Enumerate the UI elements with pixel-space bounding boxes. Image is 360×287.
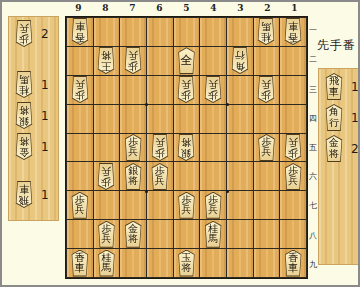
piece-face: 歩 兵 [149, 164, 171, 189]
piece-face: 歩 兵 [149, 135, 171, 160]
hand-count: 1 [41, 78, 49, 92]
square-7d[interactable] [120, 105, 146, 133]
piece-lance-gote[interactable]: 香 車 [281, 18, 305, 45]
square-3c[interactable] [227, 76, 253, 104]
square-8h[interactable]: 歩 兵 [94, 220, 120, 248]
piece-face: 香 車 [282, 19, 304, 44]
piece-kanji: 歩 兵 [128, 137, 138, 158]
star-point [145, 103, 148, 106]
gote-captured-tray: 歩 兵2桂 馬1銀 将1金 将1飛 車1 [8, 16, 59, 221]
square-1g[interactable] [280, 191, 306, 219]
piece-bishop-gote[interactable]: 角 行 [228, 47, 252, 74]
piece-face: 歩 兵 [175, 77, 197, 102]
square-5a[interactable] [174, 18, 200, 46]
piece-kanji: 歩 兵 [19, 23, 29, 44]
piece-pawn-sente[interactable]: 歩 兵 [148, 163, 172, 190]
square-5f[interactable] [174, 162, 200, 190]
square-8a[interactable] [94, 18, 120, 46]
square-7b[interactable]: 歩 兵 [120, 47, 146, 75]
hand-count: 1 [351, 80, 359, 94]
piece-kanji: 香 車 [288, 21, 298, 42]
star-point [226, 103, 229, 106]
file-label-8: 8 [92, 3, 119, 14]
piece-pawn-sente[interactable]: 歩 兵 [174, 192, 198, 219]
square-7f[interactable]: 銀 将 [120, 162, 146, 190]
piece-kanji: 香 車 [75, 253, 85, 274]
hand-count: 1 [41, 188, 49, 202]
piece-kanji: 桂 馬 [101, 253, 111, 274]
gote-hand-knight[interactable]: 桂 馬1 [9, 70, 58, 99]
piece-face: 歩 兵 [69, 77, 91, 102]
piece-kanji: 香 車 [75, 21, 85, 42]
piece-pawn-gote[interactable]: 歩 兵 [68, 76, 92, 103]
piece-kanji: 歩 兵 [261, 79, 271, 100]
piece-kanji: 桂 馬 [261, 21, 271, 42]
square-2h[interactable] [254, 220, 280, 248]
shogi-board: 香 車桂 馬香 車王 将歩 兵全角 行歩 兵歩 兵歩 兵歩 兵歩 兵歩 兵銀 将… [65, 16, 308, 279]
piece-kanji: 歩 兵 [101, 166, 111, 187]
piece-kanji: 王 将 [101, 50, 111, 71]
file-label-1: 1 [281, 3, 308, 14]
square-8e[interactable] [94, 134, 120, 162]
square-1h[interactable] [280, 220, 306, 248]
square-7g[interactable] [120, 191, 146, 219]
file-label-9: 9 [65, 3, 92, 14]
piece-face: 歩 兵 [69, 193, 91, 218]
square-5h[interactable] [174, 220, 200, 248]
square-4h[interactable]: 桂 馬 [200, 220, 226, 248]
square-1a[interactable]: 香 車 [280, 18, 306, 46]
piece-face: 歩 兵 [13, 21, 35, 46]
file-label-2: 2 [254, 3, 281, 14]
square-5g[interactable]: 歩 兵 [174, 191, 200, 219]
file-label-5: 5 [173, 3, 200, 14]
square-8c[interactable] [94, 76, 120, 104]
piece-silver-gote[interactable]: 銀 将 [174, 134, 198, 161]
square-4e[interactable] [200, 134, 226, 162]
hand-count: 1 [41, 109, 49, 123]
piece-pawn-gote[interactable]: 歩 兵 [201, 76, 225, 103]
piece-kanji: 歩 兵 [128, 50, 138, 71]
square-6f[interactable]: 歩 兵 [147, 162, 173, 190]
square-8g[interactable] [94, 191, 120, 219]
piece-face: 歩 兵 [95, 164, 117, 189]
piece-kanji: 歩 兵 [155, 166, 165, 187]
piece-knight-gote[interactable]: 桂 馬 [254, 18, 278, 45]
square-4c[interactable]: 歩 兵 [200, 76, 226, 104]
piece-pawn-gote[interactable]: 歩 兵 [174, 76, 198, 103]
square-7a[interactable] [120, 18, 146, 46]
piece-kanji: 歩 兵 [181, 79, 191, 100]
piece-bishop-sente[interactable]: 角 行 [322, 104, 346, 131]
piece-rook-sente[interactable]: 飛 車 [322, 73, 346, 100]
square-8d[interactable] [94, 105, 120, 133]
piece-kanji: 飛 車 [19, 184, 29, 205]
square-7i[interactable] [120, 249, 146, 277]
piece-kanji: 歩 兵 [155, 137, 165, 158]
piece-face: 歩 兵 [122, 48, 144, 73]
square-2b[interactable] [254, 47, 280, 75]
piece-face: 飛 車 [323, 74, 345, 99]
square-3g[interactable] [227, 191, 253, 219]
square-9g[interactable]: 歩 兵 [67, 191, 93, 219]
piece-kanji: 歩 兵 [261, 137, 271, 158]
square-7c[interactable] [120, 76, 146, 104]
piece-face: 歩 兵 [122, 135, 144, 160]
piece-knight-sente[interactable]: 桂 馬 [94, 250, 118, 277]
piece-face: 銀 将 [13, 103, 35, 128]
piece-pawn-sente[interactable]: 歩 兵 [281, 163, 305, 190]
piece-kanji: 金 将 [128, 224, 138, 245]
piece-kanji: 角 行 [235, 50, 245, 71]
piece-face: 香 車 [69, 19, 91, 44]
piece-kanji: 金 将 [19, 136, 29, 157]
piece-face: 全 [175, 48, 197, 73]
piece-face: 金 将 [122, 222, 144, 247]
turn-indicator: 先手番 [317, 37, 356, 54]
piece-silver-sente[interactable]: 銀 将 [121, 163, 145, 190]
piece-pawn-sente[interactable]: 歩 兵 [254, 134, 278, 161]
file-label-6: 6 [146, 3, 173, 14]
square-2e[interactable]: 歩 兵 [254, 134, 280, 162]
sente-captured-tray: 飛 車1角 行1金 将2 [318, 68, 359, 265]
square-7h[interactable]: 金 将 [120, 220, 146, 248]
square-4d[interactable] [200, 105, 226, 133]
star-point [226, 190, 229, 193]
piece-kanji: 飛 車 [329, 76, 339, 97]
square-1d[interactable] [280, 105, 306, 133]
square-1i[interactable]: 香 車 [280, 249, 306, 277]
piece-kanji: 歩 兵 [75, 79, 85, 100]
piece-kanji: 銀 将 [128, 166, 138, 187]
square-9a[interactable]: 香 車 [67, 18, 93, 46]
gote-hand-gold[interactable]: 金 将1 [9, 132, 58, 161]
square-4a[interactable] [200, 18, 226, 46]
file-labels: 987654321 [65, 3, 308, 14]
square-3i[interactable] [227, 249, 253, 277]
piece-pawn-sente[interactable]: 歩 兵 [68, 192, 92, 219]
square-1b[interactable] [280, 47, 306, 75]
piece-face: 歩 兵 [255, 135, 277, 160]
square-6a[interactable] [147, 18, 173, 46]
piece-lance-gote[interactable]: 香 車 [68, 18, 92, 45]
square-2c[interactable]: 歩 兵 [254, 76, 280, 104]
square-4i[interactable] [200, 249, 226, 277]
piece-face: 飛 車 [13, 182, 35, 207]
piece-knight-sente[interactable]: 桂 馬 [201, 221, 225, 248]
file-label-4: 4 [200, 3, 227, 14]
piece-king-gote-gote[interactable]: 王 将 [94, 47, 118, 74]
piece-kanji: 桂 馬 [19, 74, 29, 95]
piece-face: 王 将 [95, 48, 117, 73]
piece-gold-gote[interactable]: 金 将 [12, 133, 36, 160]
piece-face: 玉 将 [175, 251, 197, 276]
piece-face: 金 将 [323, 136, 345, 161]
hand-count: 2 [351, 142, 359, 156]
square-6b[interactable] [147, 47, 173, 75]
piece-face: 角 行 [323, 105, 345, 130]
piece-kanji: 玉 将 [181, 253, 191, 274]
piece-face: 歩 兵 [202, 77, 224, 102]
square-5e[interactable]: 銀 将 [174, 134, 200, 162]
square-3f[interactable] [227, 162, 253, 190]
square-4b[interactable] [200, 47, 226, 75]
piece-face: 角 行 [229, 48, 251, 73]
piece-pawn-gote[interactable]: 歩 兵 [121, 47, 145, 74]
piece-kanji: 角 行 [329, 107, 339, 128]
square-1c[interactable] [280, 76, 306, 104]
piece-pawn-sente[interactable]: 歩 兵 [201, 192, 225, 219]
piece-kanji: 全 [180, 54, 192, 67]
piece-lance-sente[interactable]: 香 車 [68, 250, 92, 277]
piece-pawn-gote[interactable]: 歩 兵 [281, 134, 305, 161]
piece-face: 桂 馬 [13, 72, 35, 97]
piece-face: 金 将 [13, 134, 35, 159]
piece-pawn-gote[interactable]: 歩 兵 [94, 163, 118, 190]
square-8i[interactable]: 桂 馬 [94, 249, 120, 277]
piece-kanji: 歩 兵 [208, 195, 218, 216]
square-6e[interactable]: 歩 兵 [147, 134, 173, 162]
square-9c[interactable]: 歩 兵 [67, 76, 93, 104]
piece-pawn-sente[interactable]: 歩 兵 [94, 221, 118, 248]
piece-kanji: 歩 兵 [181, 195, 191, 216]
hand-count: 1 [41, 140, 49, 154]
piece-king-sente-sente[interactable]: 玉 将 [174, 250, 198, 277]
square-8b[interactable]: 王 将 [94, 47, 120, 75]
square-8f[interactable]: 歩 兵 [94, 162, 120, 190]
piece-kanji: 銀 将 [19, 105, 29, 126]
piece-promoted-silver-sente[interactable]: 全 [174, 47, 198, 74]
square-4f[interactable] [200, 162, 226, 190]
piece-kanji: 歩 兵 [75, 195, 85, 216]
square-2d[interactable] [254, 105, 280, 133]
piece-lance-sente[interactable]: 香 車 [281, 250, 305, 277]
square-3a[interactable] [227, 18, 253, 46]
square-5b[interactable]: 全 [174, 47, 200, 75]
square-1f[interactable]: 歩 兵 [280, 162, 306, 190]
piece-kanji: 桂 馬 [208, 224, 218, 245]
piece-face: 歩 兵 [175, 193, 197, 218]
piece-face: 桂 馬 [95, 251, 117, 276]
piece-face: 歩 兵 [202, 193, 224, 218]
piece-kanji: 金 将 [329, 138, 339, 159]
hand-count: 2 [41, 27, 49, 41]
square-5d[interactable] [174, 105, 200, 133]
square-9e[interactable] [67, 134, 93, 162]
square-9d[interactable] [67, 105, 93, 133]
square-2f[interactable] [254, 162, 280, 190]
square-5i[interactable]: 玉 将 [174, 249, 200, 277]
star-point [145, 190, 148, 193]
piece-pawn-gote[interactable]: 歩 兵 [12, 20, 36, 47]
hand-count: 1 [351, 111, 359, 125]
piece-rook-gote[interactable]: 飛 車 [12, 181, 36, 208]
piece-face: 香 車 [69, 251, 91, 276]
piece-face: 桂 馬 [202, 222, 224, 247]
piece-pawn-gote[interactable]: 歩 兵 [148, 134, 172, 161]
square-2g[interactable] [254, 191, 280, 219]
piece-silver-gote[interactable]: 銀 将 [12, 102, 36, 129]
square-7e[interactable]: 歩 兵 [120, 134, 146, 162]
piece-face: 銀 将 [175, 135, 197, 160]
square-6h[interactable] [147, 220, 173, 248]
piece-kanji: 歩 兵 [101, 224, 111, 245]
piece-pawn-gote[interactable]: 歩 兵 [254, 76, 278, 103]
piece-kanji: 歩 兵 [288, 166, 298, 187]
square-5c[interactable]: 歩 兵 [174, 76, 200, 104]
shogi-app-window: 987654321 一二三四五六七八九 香 車桂 馬香 車王 将歩 兵全角 行歩… [0, 0, 360, 287]
gote-hand-silver[interactable]: 銀 将1 [9, 101, 58, 130]
piece-kanji: 歩 兵 [208, 79, 218, 100]
file-label-7: 7 [119, 3, 146, 14]
gote-hand-rook[interactable]: 飛 車1 [9, 180, 58, 209]
square-6c[interactable] [147, 76, 173, 104]
square-3e[interactable] [227, 134, 253, 162]
square-2a[interactable]: 桂 馬 [254, 18, 280, 46]
square-9h[interactable] [67, 220, 93, 248]
square-9i[interactable]: 香 車 [67, 249, 93, 277]
piece-face: 香 車 [282, 251, 304, 276]
piece-gold-sente[interactable]: 金 将 [322, 135, 346, 162]
file-label-3: 3 [227, 3, 254, 14]
piece-face: 歩 兵 [95, 222, 117, 247]
sente-hand-bishop[interactable]: 角 行1 [319, 103, 358, 132]
piece-face: 歩 兵 [282, 164, 304, 189]
square-1e[interactable]: 歩 兵 [280, 134, 306, 162]
square-3d[interactable] [227, 105, 253, 133]
piece-face: 歩 兵 [255, 77, 277, 102]
square-2i[interactable] [254, 249, 280, 277]
piece-face: 桂 馬 [255, 19, 277, 44]
square-3b[interactable]: 角 行 [227, 47, 253, 75]
square-6d[interactable] [147, 105, 173, 133]
piece-pawn-sente[interactable]: 歩 兵 [121, 134, 145, 161]
square-3h[interactable] [227, 220, 253, 248]
sente-hand-gold[interactable]: 金 将2 [319, 134, 358, 163]
square-6i[interactable] [147, 249, 173, 277]
piece-knight-gote[interactable]: 桂 馬 [12, 71, 36, 98]
piece-kanji: 香 車 [288, 253, 298, 274]
piece-face: 銀 将 [122, 164, 144, 189]
sente-hand-rook[interactable]: 飛 車1 [319, 72, 358, 101]
square-9b[interactable] [67, 47, 93, 75]
square-9f[interactable] [67, 162, 93, 190]
square-4g[interactable]: 歩 兵 [200, 191, 226, 219]
piece-kanji: 銀 将 [181, 137, 191, 158]
piece-gold-sente[interactable]: 金 将 [121, 221, 145, 248]
gote-hand-pawn[interactable]: 歩 兵2 [9, 19, 58, 48]
piece-face: 歩 兵 [282, 135, 304, 160]
piece-kanji: 歩 兵 [288, 137, 298, 158]
square-6g[interactable] [147, 191, 173, 219]
